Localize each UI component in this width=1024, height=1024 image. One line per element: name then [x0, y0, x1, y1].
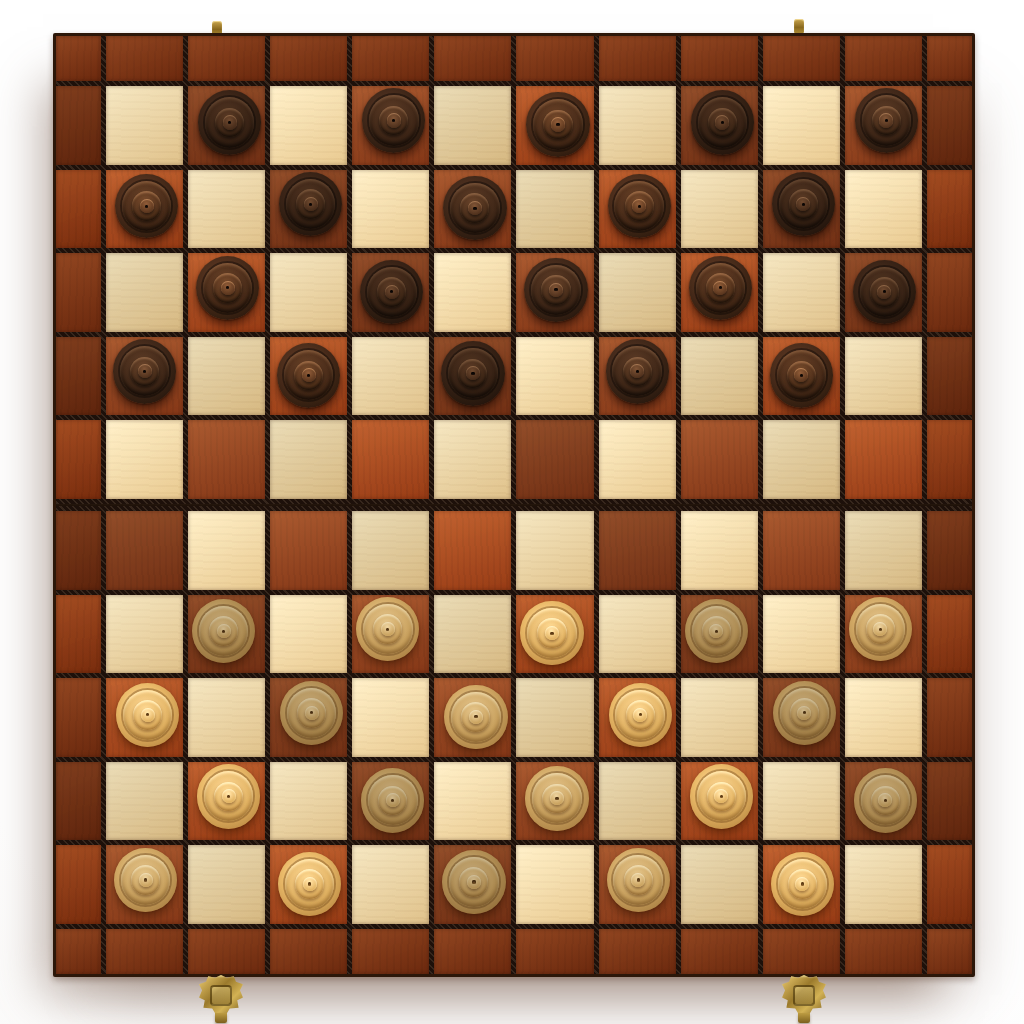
checker-ring — [391, 799, 394, 802]
white-checker[interactable] — [690, 764, 753, 828]
board-square-r3c3[interactable] — [270, 253, 347, 332]
board-square-r10c6[interactable] — [516, 845, 593, 924]
board-square-r1c10[interactable] — [845, 86, 922, 165]
board-square-r8c8[interactable] — [681, 678, 758, 757]
board-square-r8c7[interactable] — [599, 678, 676, 757]
board-square-r6c2[interactable] — [188, 511, 265, 590]
board-square-r10c3[interactable] — [270, 845, 347, 924]
board-square-r7c1[interactable] — [106, 595, 183, 674]
frame-segment — [56, 170, 101, 249]
board-square-r9c1[interactable] — [106, 762, 183, 841]
board-square-r1c6[interactable] — [516, 86, 593, 165]
frame-segment — [927, 420, 972, 499]
board-square-r10c2[interactable] — [188, 845, 265, 924]
frame-segment — [845, 36, 922, 81]
board-square-r4c1[interactable] — [106, 337, 183, 416]
board-square-r6c4[interactable] — [352, 511, 429, 590]
checker-ring — [719, 286, 722, 289]
frame-segment — [927, 86, 972, 165]
board-square-r5c4[interactable] — [352, 420, 429, 499]
frame-segment — [56, 511, 101, 590]
board-square-r7c7[interactable] — [599, 595, 676, 674]
board-square-r6c3[interactable] — [270, 511, 347, 590]
board-square-r8c3[interactable] — [270, 678, 347, 757]
black-checker[interactable] — [279, 172, 342, 236]
board-square-r3c7[interactable] — [599, 253, 676, 332]
frame-segment — [927, 170, 972, 249]
black-checker[interactable] — [608, 174, 671, 238]
board-square-r6c5[interactable] — [434, 511, 511, 590]
board-square-r5c3[interactable] — [270, 420, 347, 499]
checker-ring — [474, 715, 477, 718]
board-square-r3c1[interactable] — [106, 253, 183, 332]
frame-segment — [56, 929, 101, 974]
frame-segment — [56, 337, 101, 416]
board-square-r3c8[interactable] — [681, 253, 758, 332]
board-square-r9c4[interactable] — [352, 762, 429, 841]
frame-segment — [599, 929, 676, 974]
white-checker[interactable] — [442, 850, 505, 914]
board-square-r4c9[interactable] — [763, 337, 840, 416]
frame-segment — [188, 36, 265, 81]
frame-segment — [763, 929, 840, 974]
checker-ring — [556, 123, 559, 126]
frame-segment — [599, 36, 676, 81]
frame-segment — [927, 929, 972, 974]
checker-ring — [390, 290, 393, 293]
frame-segment — [763, 36, 840, 81]
board-square-r10c7[interactable] — [599, 845, 676, 924]
checker-ring — [636, 370, 639, 373]
frame-segment — [106, 929, 183, 974]
checker-ring — [228, 121, 231, 124]
frame-segment — [927, 845, 972, 924]
white-checker[interactable] — [849, 597, 912, 661]
board-square-r4c3[interactable] — [270, 337, 347, 416]
checker-ring — [802, 203, 805, 206]
hinge-pin-icon — [794, 19, 804, 33]
frame-segment — [434, 36, 511, 81]
white-checker[interactable] — [356, 597, 419, 661]
board-square-r6c9[interactable] — [763, 511, 840, 590]
board-square-r5c9[interactable] — [763, 420, 840, 499]
checker-ring — [146, 713, 149, 716]
board-square-r4c10[interactable] — [845, 337, 922, 416]
checker-ring — [145, 205, 148, 208]
frame-segment — [56, 762, 101, 841]
frame-segment — [927, 762, 972, 841]
board-square-r8c6[interactable] — [516, 678, 593, 757]
frame-segment — [106, 36, 183, 81]
board-square-r6c10[interactable] — [845, 511, 922, 590]
board-square-r3c2[interactable] — [188, 253, 265, 332]
white-checker[interactable] — [116, 683, 179, 747]
frame-segment — [927, 253, 972, 332]
board-square-r2c3[interactable] — [270, 170, 347, 249]
board-square-r7c9[interactable] — [763, 595, 840, 674]
checker-ring — [883, 290, 886, 293]
board-square-r5c5[interactable] — [434, 420, 511, 499]
white-checker[interactable] — [444, 685, 507, 749]
board-square-r7c4[interactable] — [352, 595, 429, 674]
frame-segment — [681, 36, 758, 81]
black-checker[interactable] — [443, 176, 506, 240]
black-checker[interactable] — [196, 256, 259, 320]
clasp-tab — [798, 1013, 810, 1023]
board-square-r9c5[interactable] — [434, 762, 511, 841]
board-square-r2c6[interactable] — [516, 170, 593, 249]
board-square-r1c2[interactable] — [188, 86, 265, 165]
brass-clasp-icon — [782, 975, 826, 1015]
checker-ring — [308, 882, 311, 885]
board-square-r3c5[interactable] — [434, 253, 511, 332]
board-square-r6c8[interactable] — [681, 511, 758, 590]
board-square-r6c1[interactable] — [106, 511, 183, 590]
black-checker[interactable] — [772, 172, 835, 236]
board-square-r5c10[interactable] — [845, 420, 922, 499]
board-square-r4c4[interactable] — [352, 337, 429, 416]
draughts-board — [53, 33, 975, 977]
checker-ring — [885, 119, 888, 122]
board-square-r10c10[interactable] — [845, 845, 922, 924]
board-square-r7c6[interactable] — [516, 595, 593, 674]
board-square-r7c2[interactable] — [188, 595, 265, 674]
black-checker[interactable] — [770, 343, 833, 407]
white-checker[interactable] — [609, 683, 672, 747]
board-square-r5c8[interactable] — [681, 420, 758, 499]
checker-ring — [143, 370, 146, 373]
board-square-r9c8[interactable] — [681, 762, 758, 841]
black-checker[interactable] — [855, 88, 918, 152]
board-frame — [56, 36, 972, 974]
board-square-r4c8[interactable] — [681, 337, 758, 416]
white-checker[interactable] — [771, 852, 834, 916]
board-square-r2c5[interactable] — [434, 170, 511, 249]
white-checker[interactable] — [197, 764, 260, 828]
white-checker[interactable] — [854, 768, 917, 832]
board-square-r1c8[interactable] — [681, 86, 758, 165]
white-checker[interactable] — [520, 601, 583, 665]
white-checker[interactable] — [280, 681, 343, 745]
checker-ring — [801, 882, 804, 885]
black-checker[interactable] — [113, 339, 176, 403]
board-square-r5c2[interactable] — [188, 420, 265, 499]
checker-ring — [471, 372, 474, 375]
frame-segment — [56, 420, 101, 499]
white-checker[interactable] — [685, 599, 748, 663]
board-square-r10c4[interactable] — [352, 845, 429, 924]
checker-ring — [226, 286, 229, 289]
white-checker[interactable] — [525, 766, 588, 830]
checker-ring — [554, 288, 557, 291]
checker-ring — [227, 795, 230, 798]
board-square-r4c6[interactable] — [516, 337, 593, 416]
board-square-r9c10[interactable] — [845, 762, 922, 841]
frame-segment — [56, 845, 101, 924]
frame-segment — [56, 86, 101, 165]
photo-scene — [0, 0, 1024, 1024]
black-checker[interactable] — [362, 88, 425, 152]
board-square-r1c4[interactable] — [352, 86, 429, 165]
checker-ring — [721, 121, 724, 124]
frame-segment — [516, 929, 593, 974]
frame-segment — [927, 337, 972, 416]
black-checker[interactable] — [689, 256, 752, 320]
checker-ring — [392, 119, 395, 122]
frame-segment — [516, 36, 593, 81]
frame-segment — [845, 929, 922, 974]
frame-segment — [56, 595, 101, 674]
checker-ring — [386, 628, 389, 631]
brass-clasp-icon — [199, 975, 243, 1015]
board-square-r2c8[interactable] — [681, 170, 758, 249]
board-square-r3c10[interactable] — [845, 253, 922, 332]
frame-segment — [352, 929, 429, 974]
board-square-r8c5[interactable] — [434, 678, 511, 757]
white-checker[interactable] — [278, 852, 341, 916]
board-square-r9c3[interactable] — [270, 762, 347, 841]
frame-segment — [270, 36, 347, 81]
board-square-r10c9[interactable] — [763, 845, 840, 924]
board-square-r6c7[interactable] — [599, 511, 676, 590]
black-checker[interactable] — [524, 258, 587, 322]
board-square-r10c5[interactable] — [434, 845, 511, 924]
board-square-r2c2[interactable] — [188, 170, 265, 249]
checker-ring — [639, 713, 642, 716]
board-square-r8c9[interactable] — [763, 678, 840, 757]
board-square-r1c1[interactable] — [106, 86, 183, 165]
board-square-r6c6[interactable] — [516, 511, 593, 590]
board-square-r3c9[interactable] — [763, 253, 840, 332]
board-square-r9c6[interactable] — [516, 762, 593, 841]
frame-segment — [681, 929, 758, 974]
board-square-r1c3[interactable] — [270, 86, 347, 165]
board-square-r3c6[interactable] — [516, 253, 593, 332]
board-square-r2c1[interactable] — [106, 170, 183, 249]
frame-segment — [56, 678, 101, 757]
checker-ring — [879, 628, 882, 631]
frame-segment — [927, 511, 972, 590]
board-square-r3c4[interactable] — [352, 253, 429, 332]
clasp-plate — [210, 985, 233, 1006]
frame-segment — [56, 36, 101, 81]
board-square-r8c1[interactable] — [106, 678, 183, 757]
checker-ring — [800, 374, 803, 377]
board-square-r2c7[interactable] — [599, 170, 676, 249]
board-square-r9c7[interactable] — [599, 762, 676, 841]
checker-ring — [307, 374, 310, 377]
white-checker[interactable] — [773, 681, 836, 745]
white-checker[interactable] — [192, 599, 255, 663]
board-square-r9c2[interactable] — [188, 762, 265, 841]
checker-ring — [144, 878, 147, 881]
checker-ring — [550, 632, 553, 635]
frame-segment — [270, 929, 347, 974]
checker-ring — [884, 799, 887, 802]
board-square-r2c10[interactable] — [845, 170, 922, 249]
board-square-r8c2[interactable] — [188, 678, 265, 757]
checker-ring — [715, 630, 718, 633]
board-square-r4c5[interactable] — [434, 337, 511, 416]
black-checker[interactable] — [691, 90, 754, 154]
board-square-r5c7[interactable] — [599, 420, 676, 499]
black-checker[interactable] — [115, 174, 178, 238]
black-checker[interactable] — [853, 260, 916, 324]
frame-segment — [188, 929, 265, 974]
white-checker[interactable] — [607, 848, 670, 912]
board-square-r10c8[interactable] — [681, 845, 758, 924]
board-square-r10c1[interactable] — [106, 845, 183, 924]
hinge-seam — [56, 504, 972, 506]
checker-ring — [555, 797, 558, 800]
white-checker[interactable] — [361, 768, 424, 832]
board-square-r4c7[interactable] — [599, 337, 676, 416]
checker-ring — [638, 205, 641, 208]
board-square-r7c8[interactable] — [681, 595, 758, 674]
clasp-plate — [793, 985, 816, 1006]
board-square-r1c7[interactable] — [599, 86, 676, 165]
checker-ring — [310, 711, 313, 714]
black-checker[interactable] — [441, 341, 504, 405]
black-checker[interactable] — [198, 90, 261, 154]
checker-ring — [473, 207, 476, 210]
black-checker[interactable] — [277, 343, 340, 407]
board-square-r2c4[interactable] — [352, 170, 429, 249]
frame-segment — [56, 253, 101, 332]
board-square-r8c4[interactable] — [352, 678, 429, 757]
checker-ring — [720, 795, 723, 798]
board-square-r7c3[interactable] — [270, 595, 347, 674]
board-square-r9c9[interactable] — [763, 762, 840, 841]
board-square-r5c1[interactable] — [106, 420, 183, 499]
white-checker[interactable] — [114, 848, 177, 912]
frame-segment — [927, 595, 972, 674]
black-checker[interactable] — [360, 260, 423, 324]
board-square-r2c9[interactable] — [763, 170, 840, 249]
checker-ring — [309, 203, 312, 206]
checker-ring — [637, 878, 640, 881]
checker-ring — [472, 880, 475, 883]
board-square-r1c9[interactable] — [763, 86, 840, 165]
board-square-r7c10[interactable] — [845, 595, 922, 674]
board-square-r7c5[interactable] — [434, 595, 511, 674]
black-checker[interactable] — [526, 92, 589, 156]
frame-segment — [927, 678, 972, 757]
board-square-r8c10[interactable] — [845, 678, 922, 757]
black-checker[interactable] — [606, 339, 669, 403]
frame-segment — [927, 36, 972, 81]
frame-segment — [352, 36, 429, 81]
board-square-r1c5[interactable] — [434, 86, 511, 165]
board-square-r5c6[interactable] — [516, 420, 593, 499]
board-square-r4c2[interactable] — [188, 337, 265, 416]
clasp-tab — [215, 1013, 227, 1023]
checker-ring — [222, 630, 225, 633]
checker-ring — [803, 711, 806, 714]
frame-segment — [434, 929, 511, 974]
